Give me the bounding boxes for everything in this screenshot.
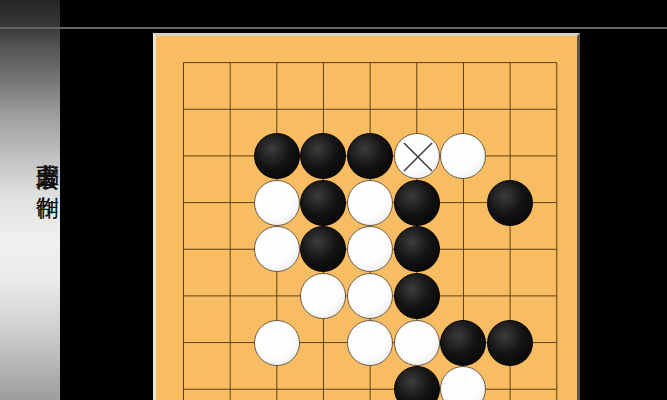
black-stone[interactable] bbox=[487, 180, 533, 226]
top-separator-line bbox=[0, 27, 667, 29]
credit-text: 曹书宏五段 制作 bbox=[0, 145, 60, 180]
x-mark-icon bbox=[395, 134, 441, 180]
white-stone-marked[interactable] bbox=[394, 133, 440, 179]
black-stone[interactable] bbox=[487, 320, 533, 366]
white-stone[interactable] bbox=[347, 320, 393, 366]
go-board-window bbox=[153, 33, 580, 400]
black-stone[interactable] bbox=[394, 226, 440, 272]
black-stone[interactable] bbox=[394, 273, 440, 319]
credit-author: 曹书宏五段 bbox=[0, 145, 60, 150]
black-stone[interactable] bbox=[347, 133, 393, 179]
white-stone[interactable] bbox=[254, 320, 300, 366]
white-stone[interactable] bbox=[254, 180, 300, 226]
black-stone[interactable] bbox=[440, 320, 486, 366]
white-stone[interactable] bbox=[254, 226, 300, 272]
black-stone[interactable] bbox=[394, 180, 440, 226]
black-stone[interactable] bbox=[300, 180, 346, 226]
sidebar: 曹书宏五段 制作 bbox=[0, 0, 60, 400]
white-stone[interactable] bbox=[347, 180, 393, 226]
black-stone[interactable] bbox=[254, 133, 300, 179]
credit-made-by: 制作 bbox=[0, 178, 60, 180]
white-stone[interactable] bbox=[394, 320, 440, 366]
go-board[interactable] bbox=[156, 36, 577, 400]
white-stone[interactable] bbox=[347, 273, 393, 319]
